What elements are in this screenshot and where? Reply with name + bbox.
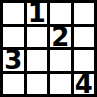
cell-r0c2[interactable] bbox=[50, 3, 71, 24]
cell-r0c1[interactable]: 1 bbox=[27, 3, 48, 24]
cell-r1c1[interactable] bbox=[27, 27, 48, 48]
cell-r2c2[interactable] bbox=[50, 50, 71, 71]
cell-r1c2[interactable]: 2 bbox=[50, 27, 71, 48]
cell-r2c3[interactable] bbox=[74, 50, 95, 71]
cell-r2c1[interactable] bbox=[27, 50, 48, 71]
sudoku-board: 1 2 3 4 bbox=[0, 0, 97, 97]
cell-r0c0[interactable] bbox=[3, 3, 24, 24]
cell-r2c0[interactable]: 3 bbox=[3, 50, 24, 71]
cell-r3c0[interactable] bbox=[3, 74, 24, 95]
cell-r3c1[interactable] bbox=[27, 74, 48, 95]
cell-r1c3[interactable] bbox=[74, 27, 95, 48]
cell-r3c2[interactable] bbox=[50, 74, 71, 95]
cell-r3c3[interactable]: 4 bbox=[74, 74, 95, 95]
cell-r1c0[interactable] bbox=[3, 27, 24, 48]
cell-r0c3[interactable] bbox=[74, 3, 95, 24]
